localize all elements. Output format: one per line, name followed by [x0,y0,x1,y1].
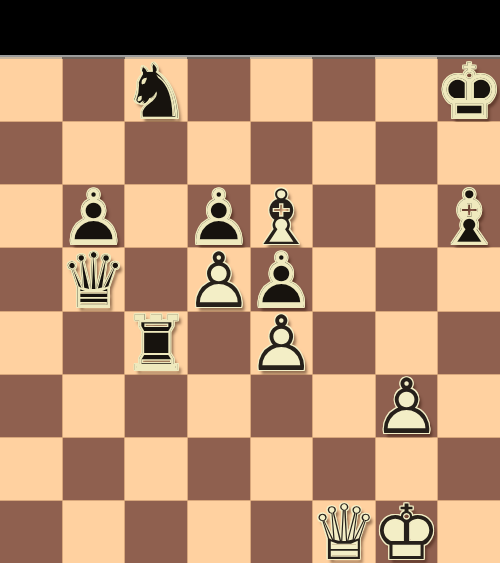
square-d5[interactable]: ♟♙ [188,248,250,310]
square-a2[interactable] [0,438,62,500]
square-h8[interactable]: ♚♔ [438,59,500,121]
square-b2[interactable] [63,438,125,500]
square-h2[interactable] [438,438,500,500]
square-b8[interactable] [63,59,125,121]
square-f3[interactable] [313,375,375,437]
square-c1[interactable] [125,501,187,563]
square-d8[interactable] [188,59,250,121]
piece-black-king[interactable]: ♚♔ [438,59,500,121]
square-e8[interactable] [251,59,313,121]
square-c7[interactable] [125,122,187,184]
square-a4[interactable] [0,312,62,374]
piece-glyph-outline: ♙ [251,312,313,374]
square-c4[interactable]: ♜♖ [125,312,187,374]
piece-black-knight[interactable]: ♞♘ [125,59,187,121]
square-h4[interactable] [438,312,500,374]
square-a8[interactable] [0,59,62,121]
square-a7[interactable] [0,122,62,184]
square-e4[interactable]: ♟♙ [251,312,313,374]
square-f7[interactable] [313,122,375,184]
square-g6[interactable] [376,185,438,247]
square-b4[interactable] [63,312,125,374]
piece-glyph-outline: ♔ [438,59,500,121]
square-g1[interactable]: ♚♔ [376,501,438,563]
piece-glyph-outline: ♕ [313,501,375,563]
square-f8[interactable] [313,59,375,121]
square-f5[interactable] [313,248,375,310]
piece-glyph-outline: ♗ [438,185,500,247]
square-e2[interactable] [251,438,313,500]
piece-glyph-outline: ♙ [188,248,250,310]
piece-black-queen[interactable]: ♛♕ [63,248,125,310]
square-a1[interactable] [0,501,62,563]
top-black-bar [0,0,500,55]
piece-glyph-outline: ♖ [125,312,187,374]
square-g7[interactable] [376,122,438,184]
square-c8[interactable]: ♞♘ [125,59,187,121]
piece-white-pawn[interactable]: ♟♙ [376,375,438,437]
piece-glyph-outline: ♘ [125,59,187,121]
piece-white-pawn[interactable]: ♟♙ [188,248,250,310]
square-g8[interactable] [376,59,438,121]
square-h3[interactable] [438,375,500,437]
square-d1[interactable] [188,501,250,563]
square-d4[interactable] [188,312,250,374]
square-h6[interactable]: ♝♗ [438,185,500,247]
piece-black-bishop[interactable]: ♝♗ [438,185,500,247]
square-c2[interactable] [125,438,187,500]
piece-glyph-outline: ♔ [376,501,438,563]
square-a5[interactable] [0,248,62,310]
square-b1[interactable] [63,501,125,563]
square-b5[interactable]: ♛♕ [63,248,125,310]
piece-white-pawn[interactable]: ♟♙ [251,312,313,374]
piece-white-king[interactable]: ♚♔ [376,501,438,563]
square-c6[interactable] [125,185,187,247]
square-b3[interactable] [63,375,125,437]
square-g5[interactable] [376,248,438,310]
square-h5[interactable] [438,248,500,310]
square-e3[interactable] [251,375,313,437]
square-g3[interactable]: ♟♙ [376,375,438,437]
square-f6[interactable] [313,185,375,247]
square-d2[interactable] [188,438,250,500]
square-h1[interactable] [438,501,500,563]
piece-glyph-outline: ♕ [63,248,125,310]
square-d3[interactable] [188,375,250,437]
piece-white-queen[interactable]: ♛♕ [313,501,375,563]
square-e1[interactable] [251,501,313,563]
piece-glyph-outline: ♙ [376,375,438,437]
chess-board: ♞♘♚♔♟♙♟♙♝♗♝♗♛♕♟♙♟♙♜♖♟♙♟♙♛♕♚♔ [0,59,500,563]
square-c3[interactable] [125,375,187,437]
square-f1[interactable]: ♛♕ [313,501,375,563]
square-a3[interactable] [0,375,62,437]
chess-app-screen: ♞♘♚♔♟♙♟♙♝♗♝♗♛♕♟♙♟♙♜♖♟♙♟♙♛♕♚♔ [0,0,500,563]
square-a6[interactable] [0,185,62,247]
piece-black-rook[interactable]: ♜♖ [125,312,187,374]
square-f4[interactable] [313,312,375,374]
